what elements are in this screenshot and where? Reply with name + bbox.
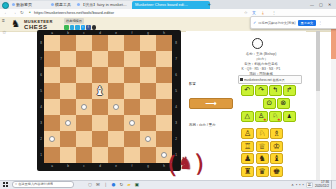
- tab-1[interactable]: 新标签页: [9, 1, 52, 9]
- taskbar-app-icon-7[interactable]: ▣: [135, 181, 139, 188]
- square-a2[interactable]: [44, 131, 60, 147]
- board-grid: ♝: [44, 35, 172, 163]
- square-f5[interactable]: [124, 83, 140, 99]
- palette-piece-0-2[interactable]: ♗: [270, 128, 283, 139]
- square-a7[interactable]: [44, 51, 60, 67]
- square-a1[interactable]: [44, 147, 60, 163]
- square-b3[interactable]: [60, 115, 76, 131]
- star-icon[interactable]: ☆: [2, 29, 6, 35]
- square-c1[interactable]: [76, 147, 92, 163]
- rank-label-2: 2: [173, 131, 179, 147]
- link-icon: [240, 78, 243, 81]
- square-a5[interactable]: [44, 83, 60, 99]
- square-g7[interactable]: [140, 51, 156, 67]
- square-h8[interactable]: [156, 35, 172, 51]
- square-b5[interactable]: [60, 83, 76, 99]
- circle-toggle-button-1[interactable]: ⊙: [263, 98, 276, 109]
- taskbar-app-icon-5[interactable]: ↻: [119, 181, 123, 188]
- social-green-icon[interactable]: [64, 25, 69, 30]
- circle-button-row: ⊙⊗: [263, 98, 290, 109]
- square-h7[interactable]: [156, 51, 172, 67]
- square-h6[interactable]: [156, 67, 172, 83]
- tray-icon[interactable]: ▪: [299, 183, 300, 187]
- piece-info-line: 名称：主教 (Bishop): [206, 52, 316, 56]
- taskbar-app-icons: ○✉❘●↻▰▣: [88, 181, 139, 188]
- show-original-button[interactable]: 显示原文: [298, 20, 317, 26]
- square-c7[interactable]: [76, 51, 92, 67]
- hamburger-menu-icon[interactable]: ≡: [2, 17, 5, 23]
- social-blue-1-icon[interactable]: [70, 25, 75, 30]
- tray-icon[interactable]: ▪: [296, 183, 297, 187]
- social-twitter-icon[interactable]: t: [81, 25, 86, 30]
- square-d5[interactable]: ♝: [92, 83, 108, 99]
- square-f7[interactable]: [124, 51, 140, 67]
- rank-label-2: 2: [38, 131, 44, 147]
- square-g3[interactable]: [140, 115, 156, 131]
- input-language-indicator[interactable]: 英: [306, 182, 313, 188]
- file-label-d: d: [92, 164, 108, 168]
- square-c6[interactable]: [76, 67, 92, 83]
- tab-3[interactable]: 【演示】fairy in musket…: [74, 1, 136, 9]
- palette-piece-1-2[interactable]: ♔: [270, 141, 283, 152]
- lock-icon: •: [29, 9, 31, 17]
- new-tab-button[interactable]: +: [208, 0, 211, 8]
- palette-piece-1-0[interactable]: ♖: [241, 141, 254, 152]
- long-arrow-button[interactable]: ⟶: [189, 98, 233, 109]
- move-dot-f3[interactable]: [129, 120, 135, 126]
- palette-piece-0-0[interactable]: ♙: [241, 128, 254, 139]
- square-h3[interactable]: [156, 115, 172, 131]
- square-a6[interactable]: [44, 67, 60, 83]
- social-icon-row: tf: [64, 25, 96, 30]
- taskbar-search-input[interactable]: ○ 在这里输入内容进行搜索: [12, 181, 74, 188]
- section-label-layout: 布局：白方 / 黑方: [189, 123, 216, 127]
- red-star-badge: ★: [263, 117, 267, 122]
- close-button[interactable]: ✕: [328, 0, 331, 9]
- square-f8[interactable]: [124, 35, 140, 51]
- file-label-d: d: [92, 31, 108, 35]
- red-star-badge: ★: [277, 117, 281, 122]
- rotate-arrow-button-2[interactable]: ↷: [255, 85, 268, 96]
- show-desktop-button[interactable]: [331, 180, 334, 189]
- marker-button-1[interactable]: △: [241, 111, 254, 122]
- page-scrollbar[interactable]: [316, 31, 320, 180]
- taskbar-app-icon-2[interactable]: ✉: [96, 181, 100, 188]
- palette-piece-0-1[interactable]: ♘: [256, 128, 269, 139]
- square-g4[interactable]: [140, 99, 156, 115]
- rotate-button-row: ↶↷↰↱: [241, 85, 296, 96]
- site-link-row[interactable]: musketeerchess.net 在线工具: [238, 75, 302, 84]
- marker-button-row: △♙★♘★♟: [241, 111, 296, 122]
- marker-button-2[interactable]: ♙★: [255, 111, 268, 122]
- link-text: musketeerchess.net 在线工具: [244, 78, 285, 82]
- file-label-f: f: [124, 31, 140, 35]
- square-c5[interactable]: [76, 83, 92, 99]
- section-label-config: 配置: [189, 82, 196, 86]
- square-c2[interactable]: [76, 131, 92, 147]
- taskbar-app-icon-4[interactable]: ●: [112, 181, 116, 188]
- taskbar-app-icon-3[interactable]: ❘: [104, 181, 108, 188]
- tab-4-active[interactable]: Musketeer Chess board edi…: [132, 1, 210, 9]
- square-h2[interactable]: [156, 131, 172, 147]
- url-text[interactable]: https://musketeerchess.net/tools/board-e…: [34, 9, 114, 17]
- search-icon: ○: [15, 182, 17, 186]
- piece-info-line: 走法：斜线方向任意格: [206, 62, 316, 66]
- file-label-b: b: [60, 164, 76, 168]
- square-e2[interactable]: [108, 131, 124, 147]
- move-dot-e4[interactable]: [113, 104, 119, 110]
- palette-piece-3-0[interactable]: ♜: [241, 166, 254, 177]
- search-placeholder: 在这里输入内容进行搜索: [18, 182, 53, 186]
- square-e8[interactable]: [108, 35, 124, 51]
- file-label-c: c: [76, 164, 92, 168]
- white-bishop[interactable]: ♝: [95, 83, 106, 99]
- rank-label-4: 4: [173, 99, 179, 115]
- rank-label-7: 7: [38, 51, 44, 67]
- rotate-arrow-button-4[interactable]: ↱: [283, 85, 296, 96]
- rotate-arrow-button-3[interactable]: ↰: [269, 85, 282, 96]
- file-label-a: a: [44, 164, 60, 168]
- bookmark-star-icon[interactable]: ☆: [244, 9, 248, 17]
- palette-piece-3-2[interactable]: ♚: [270, 166, 283, 177]
- red-paren-right: ）: [192, 144, 218, 179]
- square-d4[interactable]: [92, 99, 108, 115]
- square-e7[interactable]: [108, 51, 124, 67]
- square-b8[interactable]: [60, 35, 76, 51]
- social-dark-icon[interactable]: [92, 25, 97, 30]
- square-d8[interactable]: [92, 35, 108, 51]
- square-a3[interactable]: [44, 115, 60, 131]
- square-b2[interactable]: [60, 131, 76, 147]
- square-g6[interactable]: [140, 67, 156, 83]
- social-blue-2-icon[interactable]: [75, 25, 80, 30]
- clock[interactable]: 17:36 2020/11/2: [315, 181, 329, 188]
- move-dot-b3[interactable]: [65, 120, 71, 126]
- square-b1[interactable]: [60, 147, 76, 163]
- page-scrollbar-thumb[interactable]: [316, 31, 320, 91]
- back-icon[interactable]: ←: [4, 9, 9, 17]
- browser-logo-icon[interactable]: [2, 2, 9, 9]
- rank-label-8: 8: [38, 35, 44, 51]
- square-c8[interactable]: [76, 35, 92, 51]
- move-dot-a2[interactable]: [49, 136, 55, 142]
- square-c3[interactable]: [76, 115, 92, 131]
- square-f1[interactable]: [124, 147, 140, 163]
- selected-piece-ring-icon[interactable]: [252, 38, 263, 49]
- square-d3[interactable]: [92, 115, 108, 131]
- red-annotation-overlay: （ ♞ ）: [153, 144, 218, 181]
- rank-label-7: 7: [173, 51, 179, 67]
- maximize-button[interactable]: ▢: [319, 0, 323, 9]
- tab-favicon: [51, 3, 54, 6]
- rank-label-6: 6: [38, 67, 44, 83]
- square-e4[interactable]: [108, 99, 124, 115]
- red-paren-left: （: [153, 146, 179, 181]
- tab-favicon: [12, 3, 15, 6]
- palette-piece-1-1[interactable]: ♕: [256, 141, 269, 152]
- rank-label-5: 5: [173, 83, 179, 99]
- square-d2[interactable]: [92, 131, 108, 147]
- palette-piece-2-0[interactable]: ♟: [241, 153, 254, 164]
- piece-info-line: K · Q9 · R5 · B3 · N3 · P1: [206, 67, 316, 71]
- toast-more-icon[interactable]: ⋮: [318, 20, 322, 25]
- system-tray: ∧ ▪ ▪ ▪ 英 17:36 2020/11/2: [291, 180, 334, 189]
- minimize-button[interactable]: —: [310, 0, 314, 9]
- square-g8[interactable]: [140, 35, 156, 51]
- circle-toggle-button-2[interactable]: ⊗: [277, 98, 290, 109]
- square-a8[interactable]: [44, 35, 60, 51]
- tray-chevron-icon[interactable]: ∧: [291, 183, 294, 187]
- square-e1[interactable]: [108, 147, 124, 163]
- square-a4[interactable]: [44, 99, 60, 115]
- site-logo-knight-icon[interactable]: ♞: [11, 18, 20, 29]
- browser-tabstrip: 新标签页 棋盘工具 【演示】fairy in musket… Musketeer…: [0, 0, 336, 9]
- taskbar-app-icon-6[interactable]: ▰: [127, 181, 130, 188]
- rank-label-8: 8: [173, 35, 179, 51]
- square-e5[interactable]: [108, 83, 124, 99]
- move-dot-c4[interactable]: [81, 104, 87, 110]
- file-label-c: c: [76, 31, 92, 35]
- file-label-e: e: [108, 31, 124, 35]
- square-b6[interactable]: [60, 67, 76, 83]
- file-label-f: f: [124, 164, 140, 168]
- square-e6[interactable]: [108, 67, 124, 83]
- file-label-g: g: [140, 31, 156, 35]
- header-badge[interactable]: 棋盘编辑器: [64, 18, 84, 24]
- rank-label-6: 6: [173, 67, 179, 83]
- square-d7[interactable]: [92, 51, 108, 67]
- rank-label-4: 4: [38, 99, 44, 115]
- square-e3[interactable]: [108, 115, 124, 131]
- square-f4[interactable]: [124, 99, 140, 115]
- rank-label-5: 5: [38, 83, 44, 99]
- toast-text: 已将网页翻译为中文(简体): [258, 21, 295, 25]
- square-d6[interactable]: [92, 67, 108, 83]
- palette-piece-2-2[interactable]: ♝: [270, 153, 283, 164]
- piece-palette: ♙♘♗♖♕♔♟♞♝♜♛♚: [241, 128, 283, 177]
- marker-button-3[interactable]: ♘★: [269, 111, 282, 122]
- square-b7[interactable]: [60, 51, 76, 67]
- reload-icon[interactable]: ↻: [20, 9, 24, 17]
- screen: 新标签页 棋盘工具 【演示】fairy in musket… Musketeer…: [0, 0, 336, 189]
- check-icon: ✓: [253, 20, 256, 25]
- square-f6[interactable]: [124, 67, 140, 83]
- square-b4[interactable]: [60, 99, 76, 115]
- start-button[interactable]: [3, 182, 8, 187]
- square-h4[interactable]: [156, 99, 172, 115]
- red-knight-glyph: ♞: [177, 147, 195, 178]
- marker-button-4[interactable]: ♟: [283, 111, 296, 122]
- piece-info-line: （白方）: [206, 57, 316, 61]
- square-h5[interactable]: [156, 83, 172, 99]
- file-label-h: h: [156, 31, 172, 35]
- file-label-b: b: [60, 31, 76, 35]
- square-g2[interactable]: [140, 131, 156, 147]
- square-g5[interactable]: [140, 83, 156, 99]
- rank-label-3: 3: [173, 115, 179, 131]
- palette-piece-2-1[interactable]: ♞: [256, 153, 269, 164]
- square-c4[interactable]: [76, 99, 92, 115]
- taskbar-app-icon-1[interactable]: ○: [88, 181, 92, 188]
- tab-favicon: [77, 3, 80, 6]
- file-label-e: e: [108, 164, 124, 168]
- square-d1[interactable]: [92, 147, 108, 163]
- palette-piece-3-1[interactable]: ♛: [256, 166, 269, 177]
- rank-label-3: 3: [38, 115, 44, 131]
- rotate-arrow-button-1[interactable]: ↶: [241, 85, 254, 96]
- square-f2[interactable]: [124, 131, 140, 147]
- social-facebook-icon[interactable]: f: [86, 25, 91, 30]
- move-dot-g2[interactable]: [145, 136, 151, 142]
- tray-icon[interactable]: ▪: [302, 183, 303, 187]
- rank-label-1: 1: [38, 147, 44, 163]
- square-f3[interactable]: [124, 115, 140, 131]
- forward-icon[interactable]: →: [12, 9, 17, 17]
- translate-toast: ✓ 已将网页翻译为中文(简体) 显示原文 ⋮: [250, 16, 336, 29]
- window-scrollbar[interactable]: [331, 17, 336, 180]
- file-label-a: a: [44, 31, 60, 35]
